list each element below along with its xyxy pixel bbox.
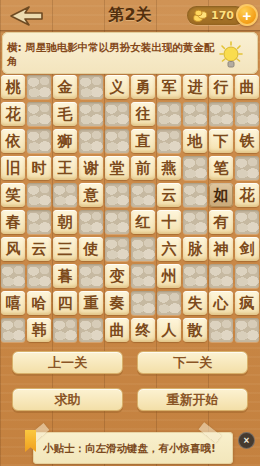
board-cell-block xyxy=(1,318,25,342)
board-cell-letter[interactable]: 变 xyxy=(105,264,129,288)
board: 桃金义勇军进行曲花毛往依狮直地下铁旧时王谢堂前燕笔笑意云如花春朝红十有风云三使六… xyxy=(1,75,259,342)
restart-button[interactable]: 重新开始 xyxy=(137,388,248,411)
board-cell-letter[interactable]: 三 xyxy=(53,237,77,261)
board-cell-letter[interactable]: 进 xyxy=(183,75,207,99)
board-cell-block xyxy=(235,318,259,342)
board-cell-block xyxy=(157,129,181,153)
board-cell-letter[interactable]: 往 xyxy=(131,102,155,126)
board-cell-block xyxy=(105,210,129,234)
help-button[interactable]: 求助 xyxy=(12,388,123,411)
board-cell-letter[interactable]: 堂 xyxy=(105,156,129,180)
board-cell-letter[interactable]: 行 xyxy=(209,75,233,99)
board-cell-letter[interactable]: 地 xyxy=(183,129,207,153)
board-cell-letter[interactable]: 十 xyxy=(157,210,181,234)
bookmark-ribbon-icon xyxy=(25,430,36,452)
board-cell-block xyxy=(183,102,207,126)
board-cell-letter[interactable]: 朝 xyxy=(53,210,77,234)
board-cell-letter[interactable]: 重 xyxy=(79,291,103,315)
board-cell-block xyxy=(79,318,103,342)
board-cell-letter[interactable]: 哈 xyxy=(27,291,51,315)
game-screen: 第2关 170 + 横: 周星驰电影中常以男扮女装出现的黄金配角 xyxy=(0,0,260,466)
board-cell-letter[interactable]: 花 xyxy=(1,102,25,126)
board-cell-letter[interactable]: 旧 xyxy=(1,156,25,180)
board-cell-letter[interactable]: 脉 xyxy=(183,237,207,261)
board-cell-letter[interactable]: 狮 xyxy=(53,129,77,153)
add-coins-button[interactable]: + xyxy=(236,4,258,26)
board-cell-letter[interactable]: 燕 xyxy=(157,156,181,180)
board-cell-block xyxy=(79,75,103,99)
board-cell-letter[interactable]: 谢 xyxy=(79,156,103,180)
board-cell-letter[interactable]: 依 xyxy=(1,129,25,153)
coin-count: 170 xyxy=(211,9,234,22)
board-cell-letter[interactable]: 王 xyxy=(53,156,77,180)
board-cell-block xyxy=(235,102,259,126)
header-bar: 第2关 170 + xyxy=(0,0,260,31)
board-cell-letter[interactable]: 暮 xyxy=(53,264,77,288)
board-cell-block xyxy=(209,102,233,126)
board-cell-block xyxy=(183,156,207,180)
board-cell-block xyxy=(131,183,155,207)
board-cell-letter[interactable]: 疯 xyxy=(235,291,259,315)
board-cell-letter[interactable]: 前 xyxy=(131,156,155,180)
board-cell-letter[interactable]: 如 xyxy=(209,183,233,207)
board-cell-letter[interactable]: 云 xyxy=(157,183,181,207)
clue-text: 横: 周星驰电影中常以男扮女装出现的黄金配角 xyxy=(7,40,220,68)
board-cell-block xyxy=(105,129,129,153)
board-cell-letter[interactable]: 奏 xyxy=(105,291,129,315)
board-cell-block xyxy=(1,264,25,288)
board-cell-block xyxy=(131,264,155,288)
board-cell-letter[interactable]: 花 xyxy=(235,183,259,207)
board-cell-letter[interactable]: 终 xyxy=(131,318,155,342)
board-cell-letter[interactable]: 曲 xyxy=(235,75,259,99)
board-cell-block xyxy=(105,183,129,207)
board-cell-block xyxy=(27,75,51,99)
board-cell-letter[interactable]: 心 xyxy=(209,291,233,315)
board-cell-block xyxy=(105,237,129,261)
prev-level-button[interactable]: 上一关 xyxy=(12,351,123,374)
tip-text: 小贴士：向左滑动键盘，有小惊喜哦! xyxy=(43,432,229,464)
board-cell-letter[interactable]: 嘻 xyxy=(1,291,25,315)
board-cell-block xyxy=(131,291,155,315)
board-cell-block xyxy=(53,318,77,342)
board-cell-letter[interactable]: 人 xyxy=(157,318,181,342)
board-cell-block xyxy=(183,183,207,207)
board-cell-block xyxy=(131,237,155,261)
clue-bar: 横: 周星驰电影中常以男扮女装出现的黄金配角 xyxy=(2,32,258,74)
board-cell-block xyxy=(27,210,51,234)
board-cell-block xyxy=(79,264,103,288)
board-cell-block xyxy=(157,291,181,315)
board-cell-letter[interactable]: 六 xyxy=(157,237,181,261)
next-level-button[interactable]: 下一关 xyxy=(137,351,248,374)
board-cell-letter[interactable]: 金 xyxy=(53,75,77,99)
tip-note: 小贴士：向左滑动键盘，有小惊喜哦! xyxy=(33,432,233,464)
board-cell-letter[interactable]: 使 xyxy=(79,237,103,261)
hint-bulb-button[interactable] xyxy=(217,39,245,71)
tip-close-button[interactable]: × xyxy=(238,432,255,449)
board-cell-block xyxy=(27,264,51,288)
board-cell-letter[interactable]: 铁 xyxy=(235,129,259,153)
board-cell-letter[interactable]: 笑 xyxy=(1,183,25,207)
board-cell-block xyxy=(79,102,103,126)
board-cell-block xyxy=(27,183,51,207)
board-cell-letter[interactable]: 勇 xyxy=(131,75,155,99)
board-cell-block xyxy=(27,129,51,153)
board-cell-letter[interactable]: 云 xyxy=(27,237,51,261)
board-cell-letter[interactable]: 散 xyxy=(183,318,207,342)
board-cell-block xyxy=(27,102,51,126)
board-cell-letter[interactable]: 下 xyxy=(209,129,233,153)
board-cell-block xyxy=(157,102,181,126)
board-cell-letter[interactable]: 风 xyxy=(1,237,25,261)
board-cell-block xyxy=(183,210,207,234)
board-cell-letter[interactable]: 曲 xyxy=(105,318,129,342)
board-cell-letter[interactable]: 韩 xyxy=(27,318,51,342)
board-cell-letter[interactable]: 意 xyxy=(79,183,103,207)
board-cell-letter[interactable]: 剑 xyxy=(235,237,259,261)
board-cell-letter[interactable]: 有 xyxy=(209,210,233,234)
board-cell-block xyxy=(235,210,259,234)
board-cell-letter[interactable]: 州 xyxy=(157,264,181,288)
board-cell-block xyxy=(209,264,233,288)
board-cell-block xyxy=(79,210,103,234)
board-cell-letter[interactable]: 神 xyxy=(209,237,233,261)
board-cell-letter[interactable]: 四 xyxy=(53,291,77,315)
board-cell-letter[interactable]: 失 xyxy=(183,291,207,315)
board-cell-letter[interactable]: 毛 xyxy=(53,102,77,126)
board-cell-block xyxy=(53,183,77,207)
board-cell-letter[interactable]: 红 xyxy=(131,210,155,234)
board-cell-block xyxy=(183,264,207,288)
board-cell-block xyxy=(235,264,259,288)
board-cell-letter[interactable]: 笔 xyxy=(209,156,233,180)
board-cell-letter[interactable]: 时 xyxy=(27,156,51,180)
lightbulb-icon xyxy=(217,39,245,71)
board-cell-letter[interactable]: 桃 xyxy=(1,75,25,99)
board-cell-block xyxy=(79,129,103,153)
coins-icon xyxy=(193,9,208,22)
board-cell-block xyxy=(105,102,129,126)
board-cell-letter[interactable]: 直 xyxy=(131,129,155,153)
board-cell-block xyxy=(209,318,233,342)
board-cell-letter[interactable]: 军 xyxy=(157,75,181,99)
board-cell-letter[interactable]: 春 xyxy=(1,210,25,234)
board-cell-letter[interactable]: 义 xyxy=(105,75,129,99)
board-cell-block xyxy=(235,156,259,180)
